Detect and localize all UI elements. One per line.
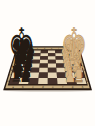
board-square — [48, 51, 55, 54]
chess-piece-black-pawn: ♟ — [20, 63, 32, 87]
board-square — [48, 73, 57, 78]
board-square — [40, 60, 48, 64]
board-square — [48, 53, 56, 56]
board-square — [48, 56, 56, 59]
board-square — [41, 51, 48, 54]
chess-piece-white-pawn: ♟ — [64, 63, 76, 87]
board-square — [38, 78, 48, 84]
board-square — [39, 73, 48, 78]
board-square — [48, 78, 58, 84]
frame-coordinate-label: f — [62, 86, 63, 89]
product-photo-chess-set: aabbccddeeffgghh1122334455667788♜♟♜♟♞♟♞♟… — [0, 0, 95, 126]
board-square — [48, 68, 57, 73]
board-svg: aabbccddeeffgghh1122334455667788♜♟♜♟♞♟♞♟… — [0, 0, 95, 126]
board-square — [48, 60, 56, 64]
board-square — [40, 53, 48, 56]
board-square — [39, 64, 47, 68]
board-square — [39, 68, 48, 73]
board-square — [40, 56, 48, 59]
board-square — [48, 64, 56, 68]
